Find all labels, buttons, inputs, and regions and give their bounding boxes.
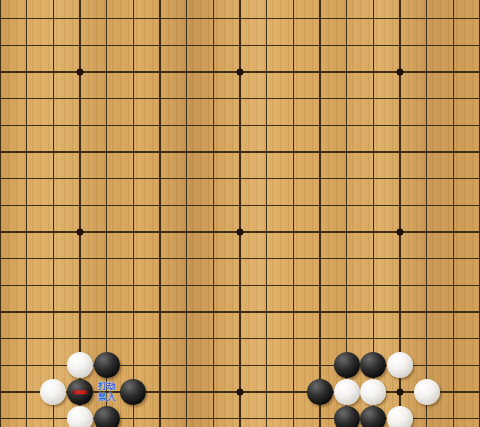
star-point xyxy=(397,229,404,236)
black-stone xyxy=(94,352,120,378)
star-point xyxy=(77,229,84,236)
black-stone xyxy=(360,406,386,427)
grid-line-vertical xyxy=(239,0,241,427)
grid-line-horizontal xyxy=(0,311,480,313)
white-stone xyxy=(360,379,386,405)
star-point xyxy=(397,69,404,76)
last-move-marker xyxy=(73,390,88,394)
white-stone xyxy=(67,352,93,378)
grid-line-horizontal xyxy=(0,338,480,340)
grid-line-horizontal xyxy=(0,258,480,260)
white-stone xyxy=(414,379,440,405)
grid-line-vertical xyxy=(0,0,1,427)
black-stone xyxy=(334,406,360,427)
white-stone xyxy=(67,406,93,427)
grid-line-vertical xyxy=(266,0,268,427)
star-point xyxy=(237,69,244,76)
white-stone xyxy=(334,379,360,405)
star-point xyxy=(397,389,404,396)
white-stone xyxy=(40,379,66,405)
black-stone xyxy=(94,406,120,427)
go-board[interactable]: 打劫 禁入 xyxy=(0,0,480,427)
go-board-grid: 打劫 禁入 xyxy=(0,0,480,427)
white-stone xyxy=(387,406,413,427)
black-stone xyxy=(307,379,333,405)
grid-line-vertical xyxy=(213,0,215,427)
white-stone xyxy=(387,352,413,378)
grid-line-vertical xyxy=(426,0,428,427)
grid-line-horizontal xyxy=(0,285,480,287)
grid-line-vertical xyxy=(159,0,161,427)
star-point xyxy=(237,229,244,236)
star-point xyxy=(77,69,84,76)
ko-forbidden-marker: 打劫 禁入 xyxy=(98,381,116,403)
black-stone xyxy=(120,379,146,405)
black-stone xyxy=(334,352,360,378)
grid-line-vertical xyxy=(26,0,28,427)
grid-line-vertical xyxy=(186,0,188,427)
star-point xyxy=(237,389,244,396)
grid-line-vertical xyxy=(319,0,321,427)
go-app-screenshot: 打劫 禁入 xyxy=(0,0,480,427)
black-stone xyxy=(360,352,386,378)
grid-line-vertical xyxy=(293,0,295,427)
grid-line-vertical xyxy=(133,0,135,427)
grid-line-vertical xyxy=(453,0,455,427)
grid-line-vertical xyxy=(53,0,55,427)
